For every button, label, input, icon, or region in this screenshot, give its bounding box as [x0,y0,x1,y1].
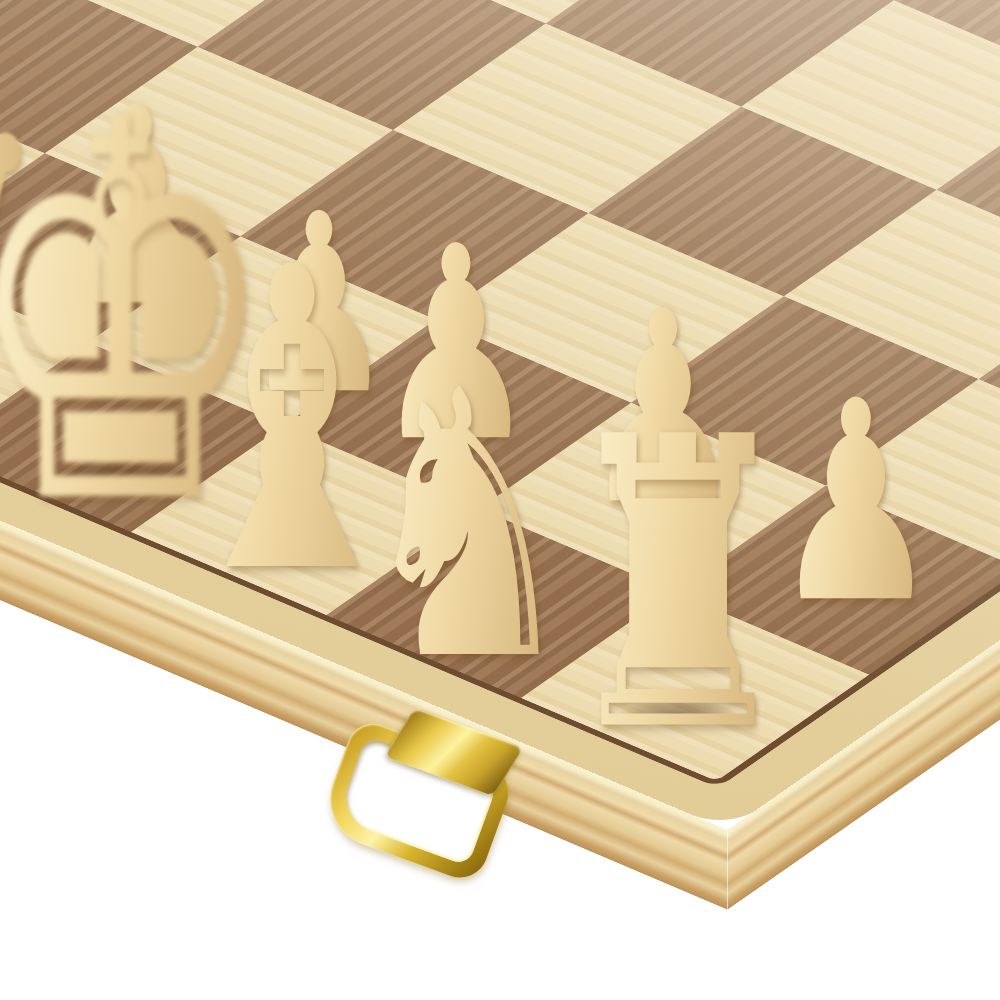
white-rook-glyph: ♜ [557,386,801,786]
white-knight-glyph: ♞ [355,343,579,711]
product-photo-stage: ♛♟♚♟♝♟♞♟♜♟ [0,0,1000,1000]
